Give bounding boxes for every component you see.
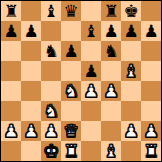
square-c7[interactable]	[41, 21, 61, 41]
piece-black-knight: ♞	[43, 41, 58, 61]
square-h7[interactable]: ♟	[141, 21, 161, 41]
square-g2[interactable]: ♟	[121, 121, 141, 141]
square-a2[interactable]: ♟	[1, 121, 21, 141]
square-c6[interactable]: ♞	[41, 41, 61, 61]
piece-black-pawn: ♟	[103, 21, 118, 41]
square-e8[interactable]	[81, 1, 101, 21]
piece-black-pawn: ♟	[3, 21, 18, 41]
square-c8[interactable]: ♝	[41, 1, 61, 21]
square-b7[interactable]: ♟	[21, 21, 41, 41]
square-d8[interactable]: ♛	[61, 1, 81, 21]
chess-board-frame: ♜♝♛♜♚♟♟♝♟♟♟♞♟♞♟♝♞♟♟♞♟♟♟♛♟♟♚♜♝♜	[0, 0, 162, 162]
square-g4[interactable]	[121, 81, 141, 101]
piece-white-pawn: ♟	[23, 121, 38, 141]
square-f6[interactable]: ♞	[101, 41, 121, 61]
piece-white-pawn: ♟	[83, 81, 98, 101]
square-d2[interactable]: ♛	[61, 121, 81, 141]
square-a4[interactable]	[1, 81, 21, 101]
piece-white-pawn: ♟	[123, 121, 138, 141]
piece-white-rook: ♜	[143, 141, 158, 161]
piece-black-pawn: ♟	[83, 61, 98, 81]
square-e6[interactable]	[81, 41, 101, 61]
square-h6[interactable]	[141, 41, 161, 61]
square-d4[interactable]: ♞	[61, 81, 81, 101]
square-c5[interactable]	[41, 61, 61, 81]
piece-white-pawn: ♟	[43, 121, 58, 141]
piece-white-knight: ♞	[43, 101, 58, 121]
piece-black-knight: ♞	[103, 41, 118, 61]
square-f3[interactable]	[101, 101, 121, 121]
chess-board: ♜♝♛♜♚♟♟♝♟♟♟♞♟♞♟♝♞♟♟♞♟♟♟♛♟♟♚♜♝♜	[1, 1, 161, 161]
piece-black-bishop: ♝	[83, 21, 98, 41]
piece-black-king: ♚	[123, 1, 138, 21]
square-e7[interactable]: ♝	[81, 21, 101, 41]
piece-white-king: ♚	[43, 141, 58, 161]
piece-white-pawn: ♟	[143, 121, 158, 141]
square-f5[interactable]	[101, 61, 121, 81]
square-e4[interactable]: ♟	[81, 81, 101, 101]
square-h5[interactable]	[141, 61, 161, 81]
piece-black-rook: ♜	[103, 1, 118, 21]
square-g7[interactable]: ♟	[121, 21, 141, 41]
piece-white-pawn: ♟	[103, 81, 118, 101]
square-b5[interactable]	[21, 61, 41, 81]
square-f2[interactable]	[101, 121, 121, 141]
square-h4[interactable]	[141, 81, 161, 101]
piece-white-pawn: ♟	[3, 121, 18, 141]
square-d5[interactable]	[61, 61, 81, 81]
square-f1[interactable]: ♝	[101, 141, 121, 161]
piece-black-queen: ♛	[63, 1, 78, 21]
piece-white-bishop: ♝	[123, 61, 138, 81]
piece-black-pawn: ♟	[123, 21, 138, 41]
square-a3[interactable]	[1, 101, 21, 121]
square-d7[interactable]	[61, 21, 81, 41]
square-e5[interactable]: ♟	[81, 61, 101, 81]
square-b3[interactable]	[21, 101, 41, 121]
square-g5[interactable]: ♝	[121, 61, 141, 81]
square-h8[interactable]	[141, 1, 161, 21]
piece-black-bishop: ♝	[43, 1, 58, 21]
square-d6[interactable]: ♟	[61, 41, 81, 61]
square-g8[interactable]: ♚	[121, 1, 141, 21]
square-f4[interactable]: ♟	[101, 81, 121, 101]
square-a6[interactable]	[1, 41, 21, 61]
piece-white-rook: ♜	[63, 141, 78, 161]
square-d1[interactable]: ♜	[61, 141, 81, 161]
square-c1[interactable]: ♚	[41, 141, 61, 161]
square-f7[interactable]: ♟	[101, 21, 121, 41]
square-b4[interactable]	[21, 81, 41, 101]
square-b2[interactable]: ♟	[21, 121, 41, 141]
piece-white-knight: ♞	[63, 81, 78, 101]
square-b8[interactable]	[21, 1, 41, 21]
square-h3[interactable]	[141, 101, 161, 121]
square-d3[interactable]	[61, 101, 81, 121]
square-h1[interactable]: ♜	[141, 141, 161, 161]
piece-black-pawn: ♟	[63, 41, 78, 61]
piece-black-pawn: ♟	[23, 21, 38, 41]
square-e2[interactable]	[81, 121, 101, 141]
square-a8[interactable]: ♜	[1, 1, 21, 21]
square-g6[interactable]	[121, 41, 141, 61]
square-c3[interactable]: ♞	[41, 101, 61, 121]
square-b1[interactable]	[21, 141, 41, 161]
piece-black-pawn: ♟	[143, 21, 158, 41]
square-f8[interactable]: ♜	[101, 1, 121, 21]
piece-black-rook: ♜	[3, 1, 18, 21]
square-a7[interactable]: ♟	[1, 21, 21, 41]
square-c4[interactable]	[41, 81, 61, 101]
piece-white-queen: ♛	[63, 121, 78, 141]
square-b6[interactable]	[21, 41, 41, 61]
square-e3[interactable]	[81, 101, 101, 121]
square-a5[interactable]	[1, 61, 21, 81]
square-g1[interactable]	[121, 141, 141, 161]
square-e1[interactable]	[81, 141, 101, 161]
square-h2[interactable]: ♟	[141, 121, 161, 141]
piece-white-bishop: ♝	[103, 141, 118, 161]
square-c2[interactable]: ♟	[41, 121, 61, 141]
square-a1[interactable]	[1, 141, 21, 161]
square-g3[interactable]	[121, 101, 141, 121]
